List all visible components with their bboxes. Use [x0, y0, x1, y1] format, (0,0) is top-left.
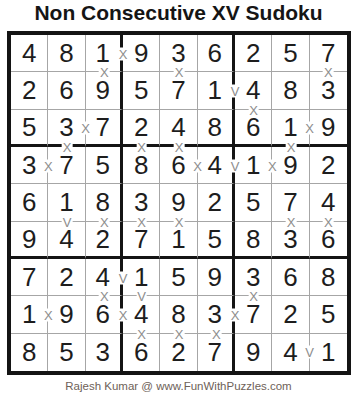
- cell-r7c9: 8: [310, 259, 347, 296]
- cell-r6c6: 5: [198, 222, 235, 259]
- cell-r2c8: 8: [272, 72, 309, 109]
- xv-marker-h-r8c6: X: [230, 309, 241, 322]
- cell-r7c1: 7: [11, 259, 48, 296]
- xv-marker-v-r1c5: X: [174, 66, 185, 79]
- cell-r1c4: 9: [123, 35, 160, 72]
- cell-r3c6: 8: [198, 110, 235, 147]
- cell-r1c1: 4: [11, 35, 48, 72]
- cell-r5c1: 6: [11, 184, 48, 221]
- xv-marker-h-r3c8: X: [304, 122, 315, 135]
- page-title: Non Consecutive XV Sudoku: [0, 1, 357, 25]
- xv-marker-v-r3c2: X: [62, 141, 73, 154]
- xv-marker-v-r3c4: X: [136, 141, 147, 154]
- xv-marker-v-r1c9: X: [323, 66, 334, 79]
- cell-r7c5: 5: [160, 259, 197, 296]
- xv-marker-v-r7c3: X: [99, 290, 110, 303]
- cell-r9c2: 5: [48, 334, 85, 371]
- cell-r6c1: 9: [11, 222, 48, 259]
- xv-marker-h-r1c3: X: [118, 47, 129, 60]
- xv-marker-v-r5c5: X: [174, 215, 185, 228]
- cell-r8c8: 2: [272, 296, 309, 333]
- xv-marker-h-r4c6: V: [230, 159, 241, 172]
- cell-r2c2: 6: [48, 72, 85, 109]
- cell-r7c2: 2: [48, 259, 85, 296]
- xv-marker-v-r8c5: X: [174, 327, 185, 340]
- xv-marker-v-r7c7: X: [248, 290, 259, 303]
- xv-marker-h-r4c7: X: [267, 159, 278, 172]
- cell-r3c9: 9: [310, 110, 347, 147]
- xv-marker-h-r8c3: X: [118, 309, 129, 322]
- cell-r7c8: 6: [272, 259, 309, 296]
- cell-r6c7: 8: [235, 222, 272, 259]
- xv-marker-h-r7c3: V: [118, 271, 129, 284]
- cell-r3c1: 5: [11, 110, 48, 147]
- xv-marker-v-r5c8: X: [286, 215, 297, 228]
- xv-marker-h-r8c1: X: [43, 309, 54, 322]
- cell-r7c6: 9: [198, 259, 235, 296]
- xv-marker-v-r7c4: V: [136, 290, 147, 303]
- cell-r4c3: 5: [86, 147, 123, 184]
- cell-r1c7: 2: [235, 35, 272, 72]
- xv-marker-v-r5c3: X: [99, 215, 110, 228]
- xv-marker-h-r9c8: V: [304, 346, 315, 359]
- cell-r2c4: 5: [123, 72, 160, 109]
- xv-marker-h-r4c5: X: [192, 159, 203, 172]
- cell-r9c3: 3: [86, 334, 123, 371]
- xv-marker-v-r1c3: X: [99, 66, 110, 79]
- cell-r4c9: 2: [310, 147, 347, 184]
- xv-marker-v-r8c4: X: [136, 327, 147, 340]
- xv-marker-v-r3c8: X: [286, 141, 297, 154]
- xv-marker-h-r4c1: X: [43, 159, 54, 172]
- cell-r1c8: 5: [272, 35, 309, 72]
- cell-r1c2: 8: [48, 35, 85, 72]
- cell-r3c3: 7: [86, 110, 123, 147]
- xv-marker-v-r8c6: X: [211, 327, 222, 340]
- sudoku-grid: 4819362572695714835372486193758641926183…: [7, 31, 351, 375]
- xv-marker-v-r2c7: X: [248, 103, 259, 116]
- xv-marker-v-r5c4: X: [136, 215, 147, 228]
- xv-marker-h-r3c2: X: [80, 122, 91, 135]
- cell-r9c1: 8: [11, 334, 48, 371]
- cell-r9c9: 1: [310, 334, 347, 371]
- xv-marker-h-r2c6: V: [230, 85, 241, 98]
- cell-r5c6: 2: [198, 184, 235, 221]
- cell-r8c9: 5: [310, 296, 347, 333]
- footer-credit: Rajesh Kumar @ www.FunWithPuzzles.com: [0, 380, 357, 392]
- cell-r9c7: 9: [235, 334, 272, 371]
- cell-r1c6: 6: [198, 35, 235, 72]
- xv-marker-v-r5c2: V: [62, 215, 73, 228]
- xv-marker-v-r3c5: X: [174, 141, 185, 154]
- xv-marker-v-r5c9: X: [323, 215, 334, 228]
- cell-r8c2: 9: [48, 296, 85, 333]
- cell-r5c7: 5: [235, 184, 272, 221]
- cell-r2c1: 2: [11, 72, 48, 109]
